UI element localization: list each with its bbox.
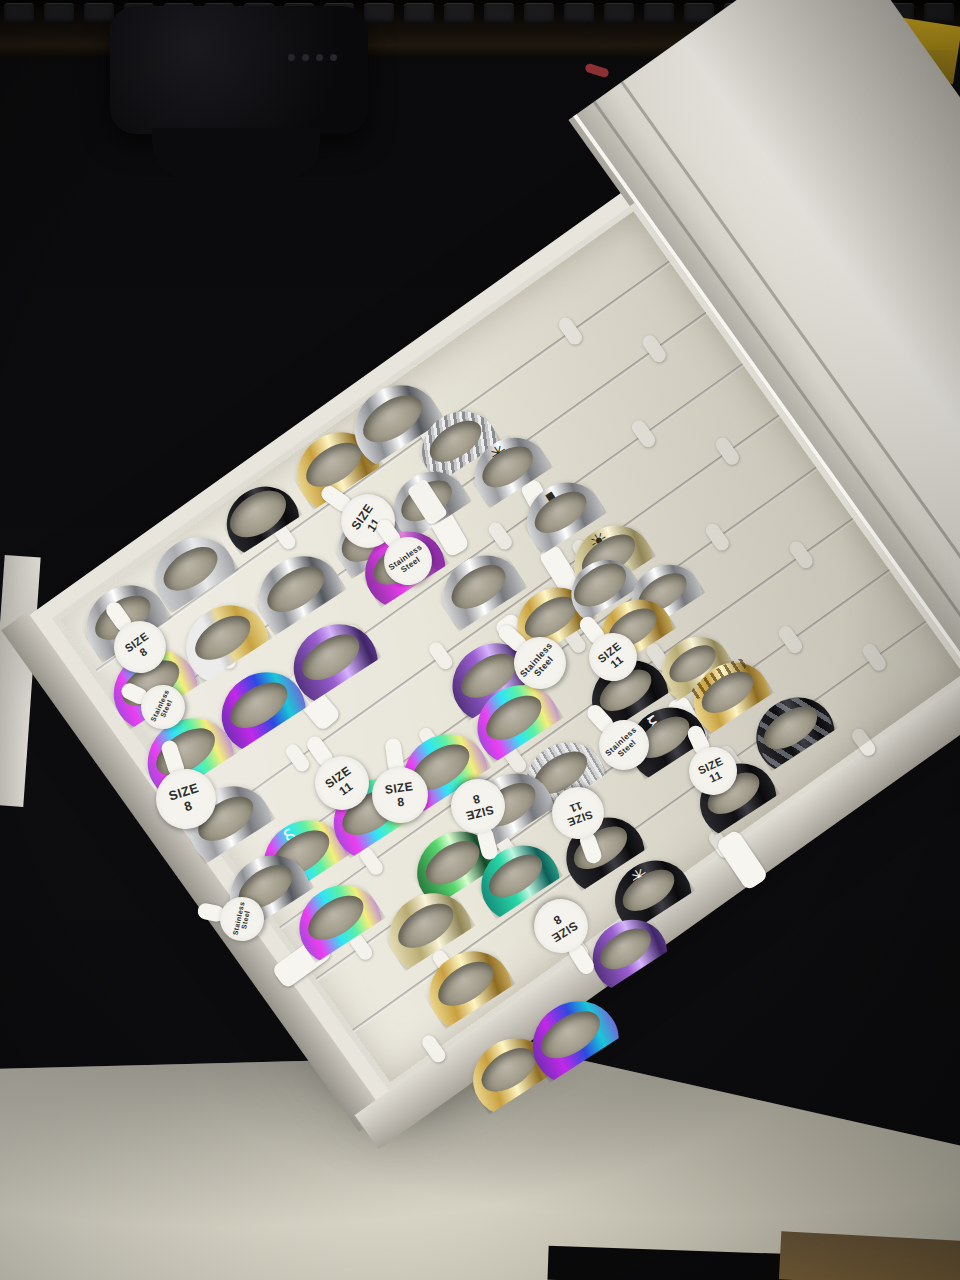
size-tag: SIZE 11 [545, 780, 612, 847]
tags-layer: SIZE 8Stainless SteelSIZE 8SIZE 11SIZE 8… [0, 0, 960, 1280]
material-tag: Stainless Steel [503, 626, 576, 699]
tag-label: Stainless Steel [216, 893, 268, 945]
size-tag: SIZE 8 [524, 889, 598, 963]
tag-label: SIZE 8 [148, 761, 224, 837]
size-tag: SIZE 8 [104, 611, 176, 683]
tag-label: SIZE 11 [545, 780, 612, 847]
material-tag: Stainless Steel [589, 710, 660, 781]
size-tag: SIZE 11 [681, 739, 745, 803]
size-tag: SIZE 8 [368, 763, 431, 826]
size-tag: SIZE 8 [445, 773, 510, 838]
size-tag: SIZE 11 [579, 623, 646, 690]
size-tag: SIZE 11 [304, 745, 379, 820]
material-tag: Stainless Steel [375, 528, 442, 595]
photo-scene: ✳▮☀✳ξ§§✳✳ SIZE 8Stainless SteelSIZE 8SIZ… [0, 0, 960, 1280]
material-tag: Stainless Steel [134, 678, 192, 736]
size-tag: SIZE 8 [148, 761, 224, 837]
tag-label: Stainless Steel [134, 678, 192, 736]
material-tag: Stainless Steel [216, 893, 268, 945]
tag-label: SIZE 11 [681, 739, 745, 803]
tag-label: SIZE 8 [445, 773, 510, 838]
tag-label: SIZE 8 [368, 763, 431, 826]
